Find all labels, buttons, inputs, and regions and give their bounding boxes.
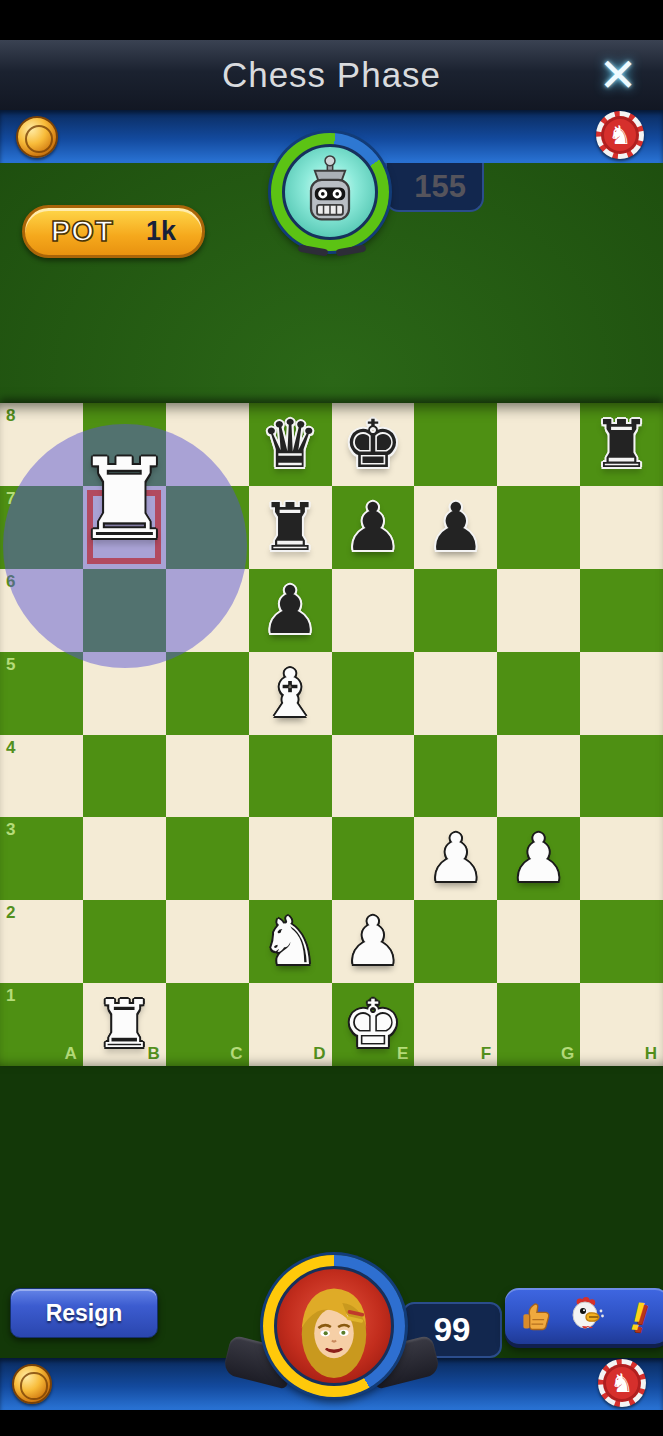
pot-value: 1k [146,216,176,247]
piece-layer: ♛♚♜♜♜♟♟♟♝♟♟♞♟♜♚ [0,403,663,1066]
resign-button[interactable]: Resign [10,1288,158,1338]
board-area: 87654321ABCDEFGH ♛♚♜♜♜♟♟♟♝♟♟♞♟♜♚ [0,403,663,1066]
close-icon[interactable]: ✕ [591,48,645,102]
black-rook-d7[interactable]: ♜ [249,486,332,569]
white-pawn-e2[interactable]: ♟ [332,900,415,983]
emote-panel: ! [505,1288,663,1344]
player-avatar[interactable] [263,1255,405,1397]
poker-chip-icon: ♞ [596,111,644,159]
pot-badge: POT 1k [22,205,205,258]
system-nav-area [0,1410,663,1436]
white-rook-b1[interactable]: ♜ [83,983,166,1066]
thumbs-up-emote-button[interactable] [515,1294,557,1338]
pot-label: POT [51,215,114,248]
opponent-avatar[interactable] [271,133,389,251]
chess-app: Chess Phase ✕ Challenging AI 9.5k ♞ 155 [0,0,663,1436]
thumbs-up-icon [518,1298,554,1334]
white-knight-d2[interactable]: ♞ [249,900,332,983]
white-bishop-d5[interactable]: ♝ [249,652,332,735]
black-king-e8[interactable]: ♚ [332,403,415,486]
chicken-emote-button[interactable] [566,1294,608,1338]
woman-avatar-icon [274,1266,394,1386]
white-rook-b7[interactable]: ♜ [83,458,166,541]
poker-chip-icon-bottom: ♞ [598,1359,646,1407]
black-pawn-e7[interactable]: ♟ [332,486,415,569]
opponent-timer: 155 [385,163,484,212]
white-pawn-g3[interactable]: ♟ [497,817,580,900]
black-queen-d8[interactable]: ♛ [249,403,332,486]
exclamation-emote-button[interactable]: ! [617,1294,659,1338]
black-pawn-d6[interactable]: ♟ [249,569,332,652]
robot-face-icon [292,154,368,230]
exclamation-icon: ! [629,1293,645,1339]
black-rook-h8[interactable]: ♜ [580,403,663,486]
black-pawn-f7[interactable]: ♟ [414,486,497,569]
status-bar [0,0,663,40]
page-title: Chess Phase [0,40,663,110]
chicken-icon [567,1296,607,1336]
robot-avatar-icon [282,144,378,240]
white-king-e1[interactable]: ♚ [332,983,415,1066]
woman-face-icon [282,1274,386,1378]
title-bar: Chess Phase ✕ [0,40,663,111]
coin-icon [16,116,58,158]
coin-icon-bottom [12,1364,52,1404]
white-pawn-f3[interactable]: ♟ [414,817,497,900]
